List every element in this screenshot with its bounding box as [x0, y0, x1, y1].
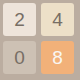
tile-0: 0 [3, 41, 36, 74]
tile-8: 8 [41, 41, 74, 74]
game-board-2048[interactable]: 2 4 0 8 [0, 0, 80, 80]
tile-4: 4 [41, 3, 74, 36]
tile-2: 2 [3, 3, 36, 36]
